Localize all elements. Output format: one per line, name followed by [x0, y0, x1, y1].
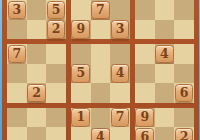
board-cell-r3-c8[interactable]: 4 [155, 44, 175, 64]
board-cell-r3-c2[interactable] [27, 44, 47, 64]
board-cell-r2-c6[interactable]: 3 [110, 20, 130, 40]
number-tile-4[interactable]: 4 [155, 45, 174, 64]
board-cell-r6-c2[interactable] [27, 108, 47, 128]
number-tile-7[interactable]: 7 [91, 1, 110, 20]
number-tile-7[interactable]: 7 [111, 108, 130, 127]
board-cell-r7-c6[interactable] [110, 127, 130, 140]
board-cell-r1-c4[interactable] [71, 0, 91, 20]
board-cell-r7-c7[interactable]: 6 [135, 127, 155, 140]
board-cell-r1-c7[interactable] [135, 0, 155, 20]
board-cell-r4-c9[interactable] [174, 64, 194, 84]
number-tile-5[interactable]: 5 [47, 1, 66, 20]
number-tile-6[interactable]: 6 [175, 84, 194, 103]
board-cell-r3-c6[interactable] [110, 44, 130, 64]
board-cell-r1-c5[interactable]: 7 [91, 0, 111, 20]
number-tile-5[interactable]: 5 [71, 64, 90, 83]
board-cell-r6-c1[interactable] [7, 108, 27, 128]
board-cell-r5-c6[interactable] [110, 83, 130, 103]
board-cell-r4-c5[interactable] [91, 64, 111, 84]
board-cell-r4-c8[interactable] [155, 64, 175, 84]
board-cell-r6-c5[interactable] [91, 108, 111, 128]
board-cell-r3-c4[interactable] [71, 44, 91, 64]
board-cell-r7-c3[interactable] [46, 127, 66, 140]
board-cell-r4-c4[interactable]: 5 [71, 64, 91, 84]
board-cell-r7-c2[interactable] [27, 127, 47, 140]
board-cell-r2-c7[interactable] [135, 20, 155, 40]
board-cell-r5-c7[interactable] [135, 83, 155, 103]
board-cell-r5-c4[interactable] [71, 83, 91, 103]
board-cell-r1-c1[interactable]: 3 [7, 0, 27, 20]
number-tile-9[interactable]: 9 [135, 108, 154, 127]
board-cell-r6-c4[interactable]: 1 [71, 108, 91, 128]
board-cell-r4-c1[interactable] [7, 64, 27, 84]
board-cell-r3-c1[interactable]: 7 [7, 44, 27, 64]
board-cell-r6-c3[interactable] [46, 108, 66, 128]
board-cell-r3-c3[interactable] [46, 44, 66, 64]
board-cell-r4-c6[interactable]: 4 [110, 64, 130, 84]
board-cell-r1-c2[interactable] [27, 0, 47, 20]
number-tile-4[interactable]: 4 [111, 64, 130, 83]
game-screen: 357293745426179462 [0, 0, 200, 140]
board-cell-r4-c7[interactable] [135, 64, 155, 84]
number-tile-4[interactable]: 4 [91, 128, 110, 140]
board-cell-r2-c9[interactable] [174, 20, 194, 40]
board-cell-r3-c7[interactable] [135, 44, 155, 64]
board-cell-r7-c5[interactable]: 4 [91, 127, 111, 140]
number-tile-3[interactable]: 3 [8, 1, 27, 20]
board-cell-r2-c3[interactable]: 2 [46, 20, 66, 40]
board-cell-r2-c5[interactable] [91, 20, 111, 40]
number-tile-2[interactable]: 2 [27, 84, 46, 103]
board-cell-r7-c9[interactable]: 2 [174, 127, 194, 140]
board-cell-r4-c3[interactable] [46, 64, 66, 84]
board-cell-r7-c1[interactable] [7, 127, 27, 140]
board-cell-r5-c3[interactable] [46, 83, 66, 103]
board-cell-r2-c4[interactable]: 9 [71, 20, 91, 40]
board-cell-r5-c5[interactable] [91, 83, 111, 103]
number-tile-1[interactable]: 1 [71, 108, 90, 127]
board-cell-r2-c8[interactable] [155, 20, 175, 40]
board-cell-r2-c1[interactable] [7, 20, 27, 40]
board-cell-r6-c7[interactable]: 9 [135, 108, 155, 128]
number-tile-3[interactable]: 3 [111, 20, 130, 39]
sudoku-board: 357293745426179462 [2, 0, 199, 140]
board-cell-r3-c5[interactable] [91, 44, 111, 64]
board-cell-r4-c2[interactable] [27, 64, 47, 84]
board-cell-r7-c4[interactable] [71, 127, 91, 140]
board-cell-r1-c3[interactable]: 5 [46, 0, 66, 20]
board-cell-r5-c9[interactable]: 6 [174, 83, 194, 103]
board-cell-r2-c2[interactable] [27, 20, 47, 40]
board-cell-r5-c2[interactable]: 2 [27, 83, 47, 103]
board-cell-r1-c8[interactable] [155, 0, 175, 20]
number-tile-2[interactable]: 2 [47, 20, 66, 39]
board-cell-r6-c6[interactable]: 7 [110, 108, 130, 128]
board-cell-r5-c1[interactable] [7, 83, 27, 103]
board-cell-r7-c8[interactable] [155, 127, 175, 140]
number-tile-2[interactable]: 2 [175, 128, 194, 140]
board-cell-r3-c9[interactable] [174, 44, 194, 64]
number-tile-6[interactable]: 6 [135, 128, 154, 140]
board-cell-r1-c6[interactable] [110, 0, 130, 20]
number-tile-7[interactable]: 7 [8, 45, 27, 64]
number-tile-9[interactable]: 9 [71, 20, 90, 39]
board-cell-r1-c9[interactable] [174, 0, 194, 20]
board-cell-r6-c9[interactable] [174, 108, 194, 128]
board-cell-r5-c8[interactable] [155, 83, 175, 103]
board-cell-r6-c8[interactable] [155, 108, 175, 128]
